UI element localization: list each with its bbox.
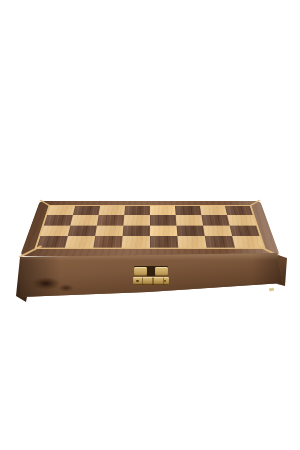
board-square	[44, 215, 73, 225]
corner-inlay-back-left	[40, 200, 51, 207]
board-square	[176, 215, 203, 225]
board-square	[124, 206, 150, 216]
board-square	[150, 206, 176, 216]
board-square	[40, 225, 70, 236]
board-square	[175, 206, 201, 216]
board-square	[225, 206, 253, 216]
corner-inlay-front-left	[19, 245, 43, 257]
board-square	[150, 236, 178, 248]
box-top-face	[20, 201, 280, 256]
board-square	[70, 215, 98, 225]
chess-box	[0, 0, 300, 450]
board-square	[205, 236, 235, 248]
latch-base-plate	[133, 277, 169, 285]
board-square	[150, 225, 177, 236]
wood-knot-small	[58, 284, 74, 292]
inlay-border	[34, 205, 265, 249]
board-square	[123, 225, 150, 236]
board-square	[177, 225, 205, 236]
board-square	[47, 206, 75, 216]
board-square	[68, 225, 97, 236]
board-square	[99, 206, 125, 216]
board-square	[65, 236, 95, 248]
board-square	[230, 225, 260, 236]
board-square	[150, 215, 177, 225]
board-square	[203, 225, 232, 236]
board-square	[122, 236, 150, 248]
board-square	[95, 225, 123, 236]
brass-latch	[133, 266, 169, 285]
latch-hasp-left-plate	[134, 267, 147, 276]
latch-hasp-backplate	[134, 266, 168, 276]
board-square	[177, 236, 206, 248]
checkerboard	[37, 206, 264, 248]
board-square	[200, 206, 227, 216]
board-square	[93, 236, 122, 248]
board-square	[97, 215, 124, 225]
wood-knot	[32, 277, 60, 290]
latch-hasp-right-plate	[155, 267, 168, 276]
board-square	[73, 206, 100, 216]
board-square	[227, 215, 256, 225]
board-square	[201, 215, 229, 225]
corner-inlay-back-right	[249, 200, 260, 207]
board-square	[123, 215, 150, 225]
brass-pin	[269, 288, 274, 292]
page-background: { "game": "chess", "scene": { "descripti…	[0, 0, 300, 450]
